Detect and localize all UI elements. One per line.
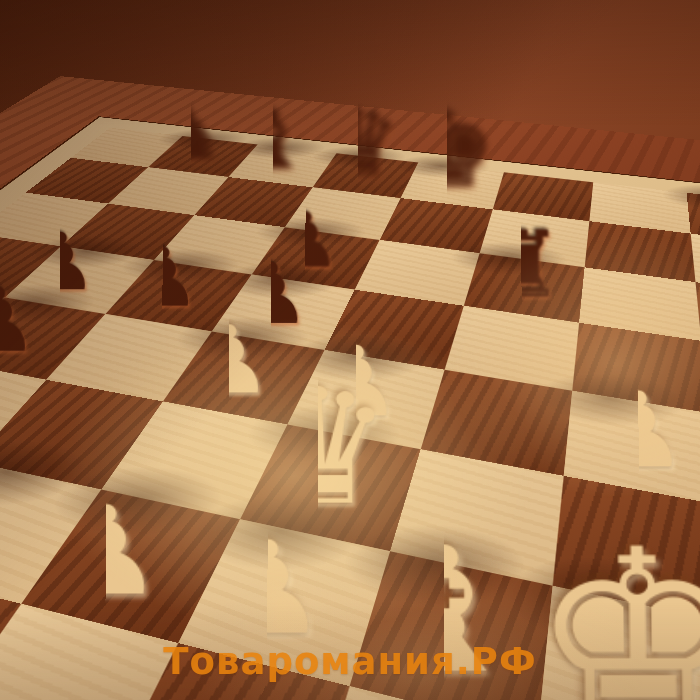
black-pawn-c5: ♟ <box>162 240 163 317</box>
board-border-strip: ♞♝♛♚♜♟♜♟♟♟♟♟♟♟♛♟♟♟♟♝♚ <box>0 117 700 700</box>
photo-scene: ♞♝♛♚♜♟♜♟♟♟♟♟♟♟♛♟♟♟♟♝♚ Товаромания.РФ <box>0 0 700 700</box>
watermark-text: Товаромания.РФ <box>0 640 700 683</box>
black-king-e8: ♚ <box>447 100 448 200</box>
white-pawn-d2: ♟ <box>105 495 106 611</box>
white-pawn-g4: ♟ <box>638 382 639 481</box>
black-rook-f6: ♜ <box>521 222 522 309</box>
chessboard: ♞♝♛♚♜♟♜♟♟♟♟♟♟♟♛♟♟♟♟♝♚ <box>0 128 700 700</box>
square-b4: ♟ <box>0 297 105 379</box>
chessboard-frame: ♞♝♛♚♜♟♜♟♟♟♟♟♟♟♛♟♟♟♟♝♚ <box>0 76 700 700</box>
black-pawn-b5: ♟ <box>60 225 61 300</box>
